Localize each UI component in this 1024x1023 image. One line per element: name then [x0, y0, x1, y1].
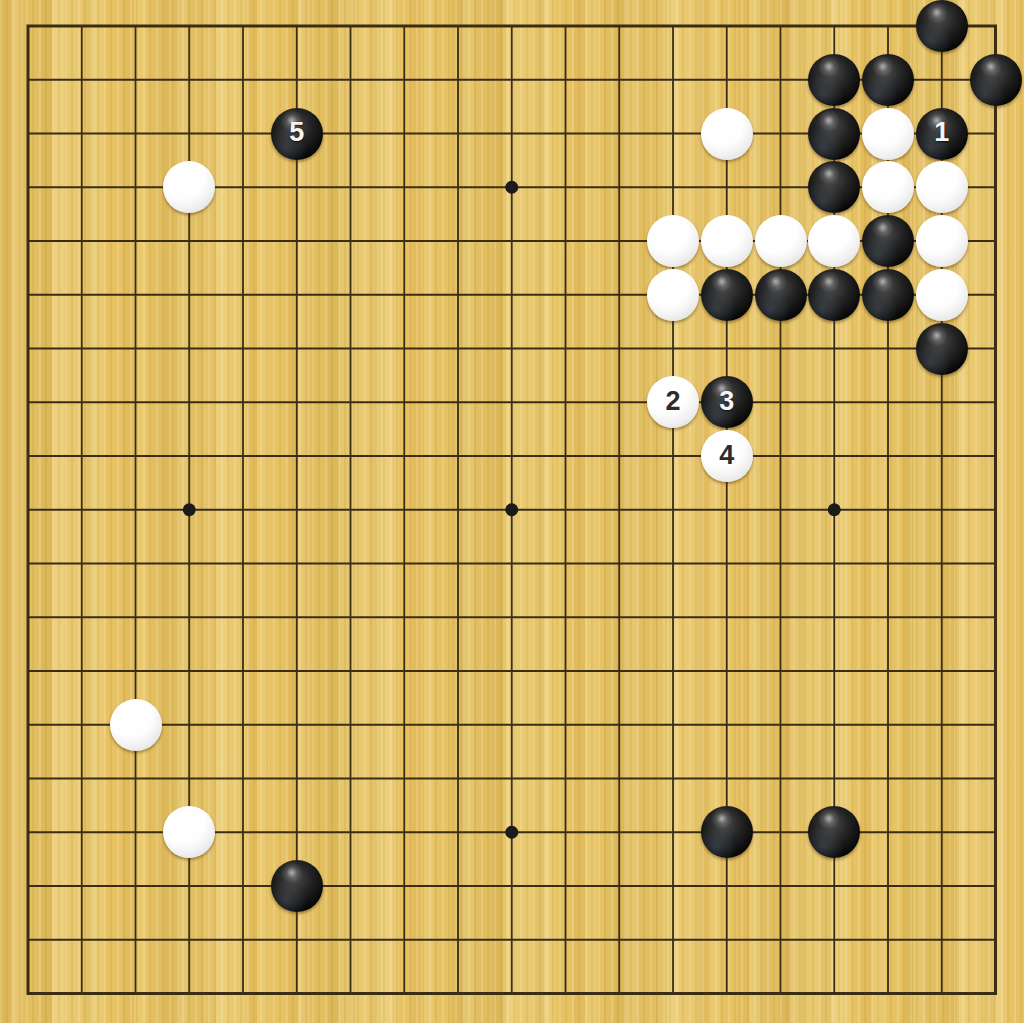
board-cell: 4 — [700, 429, 754, 483]
white-stone — [862, 161, 914, 213]
board-cell — [162, 805, 216, 859]
board-cell — [915, 0, 969, 53]
white-stone — [808, 215, 860, 267]
board-cell — [700, 214, 754, 268]
board-cell — [646, 214, 700, 268]
board-cell — [861, 53, 915, 107]
board-cell — [807, 805, 861, 859]
black-stone — [862, 215, 914, 267]
white-stone — [110, 699, 162, 751]
board-cell — [700, 805, 754, 859]
black-stone — [808, 161, 860, 213]
board-cell: 1 — [915, 107, 969, 161]
white-stone — [647, 269, 699, 321]
board-cell — [915, 160, 969, 214]
board-cell — [646, 268, 700, 322]
board-cell — [861, 268, 915, 322]
white-stone — [163, 806, 215, 858]
board-cell — [969, 53, 1023, 107]
board-cell — [270, 859, 324, 913]
board-cell — [915, 268, 969, 322]
black-stone — [808, 108, 860, 160]
black-stone: 5 — [271, 108, 323, 160]
white-stone — [755, 215, 807, 267]
black-stone — [970, 54, 1022, 106]
board-cell — [861, 214, 915, 268]
black-stone — [808, 54, 860, 106]
board-cell: 3 — [700, 375, 754, 429]
board-cell — [700, 107, 754, 161]
board-cell — [807, 53, 861, 107]
move-number-label: 3 — [719, 388, 734, 415]
go-board[interactable]: 51234 — [0, 0, 1024, 1023]
board-cell — [915, 214, 969, 268]
black-stone — [808, 806, 860, 858]
black-stone — [808, 269, 860, 321]
move-number-label: 2 — [665, 388, 680, 415]
board-cell — [109, 698, 163, 752]
black-stone: 3 — [701, 376, 753, 428]
white-stone — [916, 215, 968, 267]
board-cell — [807, 160, 861, 214]
black-stone — [701, 269, 753, 321]
board-cell — [754, 214, 808, 268]
white-stone — [647, 215, 699, 267]
white-stone — [916, 269, 968, 321]
board-cell — [807, 268, 861, 322]
white-stone — [916, 161, 968, 213]
white-stone: 4 — [701, 430, 753, 482]
black-stone — [755, 269, 807, 321]
board-cell — [807, 214, 861, 268]
black-stone — [701, 806, 753, 858]
black-stone: 1 — [916, 108, 968, 160]
black-stone — [862, 269, 914, 321]
board-cell — [162, 160, 216, 214]
black-stone — [916, 323, 968, 375]
black-stone — [916, 0, 968, 52]
move-number-label: 1 — [934, 119, 949, 146]
board-cell: 5 — [270, 107, 324, 161]
white-stone — [163, 161, 215, 213]
white-stone — [701, 215, 753, 267]
move-number-label: 5 — [289, 119, 304, 146]
white-stone — [862, 108, 914, 160]
board-cell — [861, 107, 915, 161]
board-cell — [807, 107, 861, 161]
black-stone — [862, 54, 914, 106]
board-cell — [754, 268, 808, 322]
board-cell — [700, 268, 754, 322]
board-cell: 2 — [646, 375, 700, 429]
black-stone — [271, 860, 323, 912]
white-stone: 2 — [647, 376, 699, 428]
move-number-label: 4 — [719, 442, 734, 469]
board-cell — [861, 160, 915, 214]
board-cell — [915, 322, 969, 376]
stone-grid: 51234 — [1, 0, 1022, 1020]
white-stone — [701, 108, 753, 160]
